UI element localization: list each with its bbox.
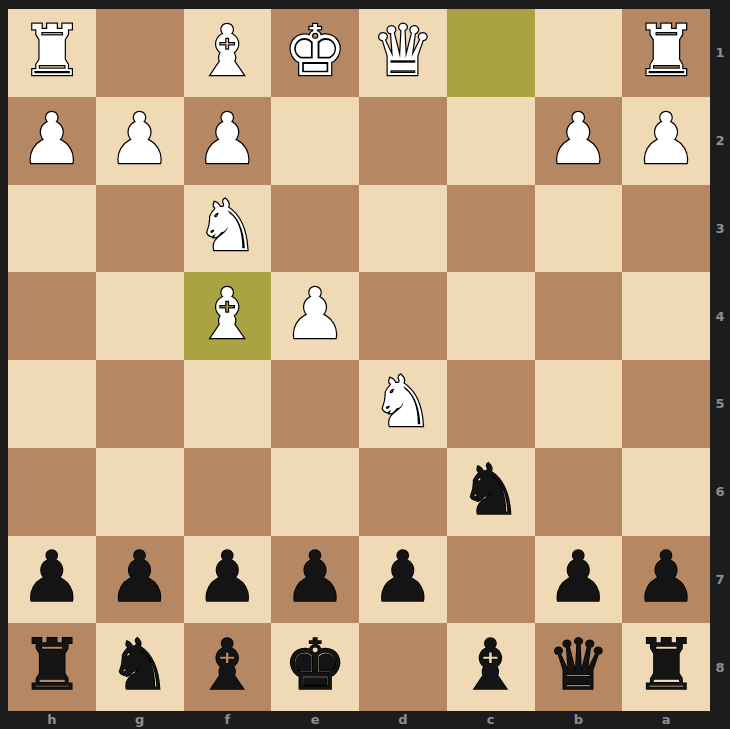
square-e8[interactable]: ♚	[271, 623, 359, 711]
square-a7[interactable]: ♟	[622, 536, 710, 624]
file-coordinates: hgfedcba	[8, 709, 710, 729]
white-bishop-on-f1[interactable]: ♝	[196, 16, 259, 86]
black-pawn-on-b7[interactable]: ♟	[547, 542, 610, 612]
square-f6[interactable]	[184, 448, 272, 536]
square-g2[interactable]: ♟	[96, 97, 184, 185]
square-h5[interactable]	[8, 360, 96, 448]
black-pawn-on-f7[interactable]: ♟	[196, 542, 259, 612]
file-label-e: e	[271, 709, 359, 729]
black-bishop-on-c8[interactable]: ♝	[459, 630, 522, 700]
white-pawn-on-e4[interactable]: ♟	[284, 279, 347, 349]
rank-label-3: 3	[710, 185, 730, 273]
white-bishop-on-f4[interactable]: ♝	[196, 279, 259, 349]
square-a3[interactable]	[622, 185, 710, 273]
square-b7[interactable]: ♟	[535, 536, 623, 624]
square-g3[interactable]	[96, 185, 184, 273]
black-pawn-on-a7[interactable]: ♟	[635, 542, 698, 612]
black-rook-on-a8[interactable]: ♜	[635, 630, 698, 700]
black-bishop-on-f8[interactable]: ♝	[196, 630, 259, 700]
square-h2[interactable]: ♟	[8, 97, 96, 185]
chess-board[interactable]: ♜♝♚♛♜♟♟♟♟♟♞♝♟♞♞♟♟♟♟♟♟♟♜♞♝♚♝♛♜	[8, 9, 710, 711]
white-pawn-on-g2[interactable]: ♟	[108, 104, 171, 174]
square-e1[interactable]: ♚	[271, 9, 359, 97]
rank-label-2: 2	[710, 97, 730, 185]
rank-label-5: 5	[710, 360, 730, 448]
square-a4[interactable]	[622, 272, 710, 360]
square-d6[interactable]	[359, 448, 447, 536]
black-pawn-on-g7[interactable]: ♟	[108, 542, 171, 612]
square-b6[interactable]	[535, 448, 623, 536]
black-knight-on-c6[interactable]: ♞	[459, 455, 522, 525]
square-b5[interactable]	[535, 360, 623, 448]
black-king-on-e8[interactable]: ♚	[284, 630, 347, 700]
square-e3[interactable]	[271, 185, 359, 273]
square-b2[interactable]: ♟	[535, 97, 623, 185]
black-pawn-on-h7[interactable]: ♟	[20, 542, 83, 612]
square-c3[interactable]	[447, 185, 535, 273]
square-b3[interactable]	[535, 185, 623, 273]
square-b8[interactable]: ♛	[535, 623, 623, 711]
square-c8[interactable]: ♝	[447, 623, 535, 711]
square-f2[interactable]: ♟	[184, 97, 272, 185]
square-f4[interactable]: ♝	[184, 272, 272, 360]
white-pawn-on-b2[interactable]: ♟	[547, 104, 610, 174]
square-h1[interactable]: ♜	[8, 9, 96, 97]
black-knight-on-g8[interactable]: ♞	[108, 630, 171, 700]
black-pawn-on-d7[interactable]: ♟	[371, 542, 434, 612]
square-d4[interactable]	[359, 272, 447, 360]
square-e7[interactable]: ♟	[271, 536, 359, 624]
square-g5[interactable]	[96, 360, 184, 448]
square-g4[interactable]	[96, 272, 184, 360]
rank-coordinates: 12345678	[710, 9, 730, 711]
square-c2[interactable]	[447, 97, 535, 185]
square-c1[interactable]	[447, 9, 535, 97]
white-queen-on-d1[interactable]: ♛	[371, 16, 434, 86]
square-e5[interactable]	[271, 360, 359, 448]
rank-label-7: 7	[710, 536, 730, 624]
square-c6[interactable]: ♞	[447, 448, 535, 536]
black-queen-on-b8[interactable]: ♛	[547, 630, 610, 700]
black-pawn-on-e7[interactable]: ♟	[284, 542, 347, 612]
white-pawn-on-a2[interactable]: ♟	[635, 104, 698, 174]
white-rook-on-a1[interactable]: ♜	[635, 16, 698, 86]
square-h8[interactable]: ♜	[8, 623, 96, 711]
square-h6[interactable]	[8, 448, 96, 536]
square-d1[interactable]: ♛	[359, 9, 447, 97]
file-label-f: f	[184, 709, 272, 729]
square-f7[interactable]: ♟	[184, 536, 272, 624]
square-e6[interactable]	[271, 448, 359, 536]
square-e2[interactable]	[271, 97, 359, 185]
white-pawn-on-h2[interactable]: ♟	[20, 104, 83, 174]
square-h7[interactable]: ♟	[8, 536, 96, 624]
square-h4[interactable]	[8, 272, 96, 360]
square-f3[interactable]: ♞	[184, 185, 272, 273]
square-f5[interactable]	[184, 360, 272, 448]
rank-label-6: 6	[710, 448, 730, 536]
square-g7[interactable]: ♟	[96, 536, 184, 624]
file-label-a: a	[622, 709, 710, 729]
white-knight-on-d5[interactable]: ♞	[371, 367, 434, 437]
white-rook-on-h1[interactable]: ♜	[20, 16, 83, 86]
chess-app: ♜♝♚♛♜♟♟♟♟♟♞♝♟♞♞♟♟♟♟♟♟♟♜♞♝♚♝♛♜ 12345678 h…	[0, 0, 730, 729]
square-f1[interactable]: ♝	[184, 9, 272, 97]
file-label-g: g	[96, 709, 184, 729]
rank-label-1: 1	[710, 9, 730, 97]
black-rook-on-h8[interactable]: ♜	[20, 630, 83, 700]
file-label-d: d	[359, 709, 447, 729]
square-d3[interactable]	[359, 185, 447, 273]
square-g8[interactable]: ♞	[96, 623, 184, 711]
square-b4[interactable]	[535, 272, 623, 360]
rank-label-8: 8	[710, 623, 730, 711]
square-c4[interactable]	[447, 272, 535, 360]
square-d5[interactable]: ♞	[359, 360, 447, 448]
square-e4[interactable]: ♟	[271, 272, 359, 360]
square-f8[interactable]: ♝	[184, 623, 272, 711]
file-label-b: b	[535, 709, 623, 729]
square-b1[interactable]	[535, 9, 623, 97]
square-a8[interactable]: ♜	[622, 623, 710, 711]
square-g6[interactable]	[96, 448, 184, 536]
square-c7[interactable]	[447, 536, 535, 624]
square-d8[interactable]	[359, 623, 447, 711]
square-a5[interactable]	[622, 360, 710, 448]
file-label-c: c	[447, 709, 535, 729]
square-h3[interactable]	[8, 185, 96, 273]
rank-label-4: 4	[710, 272, 730, 360]
file-label-h: h	[8, 709, 96, 729]
white-knight-on-f3[interactable]: ♞	[196, 191, 259, 261]
square-a6[interactable]	[622, 448, 710, 536]
square-a2[interactable]: ♟	[622, 97, 710, 185]
square-d7[interactable]: ♟	[359, 536, 447, 624]
square-c5[interactable]	[447, 360, 535, 448]
white-king-on-e1[interactable]: ♚	[284, 16, 347, 86]
square-g1[interactable]	[96, 9, 184, 97]
square-d2[interactable]	[359, 97, 447, 185]
square-a1[interactable]: ♜	[622, 9, 710, 97]
white-pawn-on-f2[interactable]: ♟	[196, 104, 259, 174]
